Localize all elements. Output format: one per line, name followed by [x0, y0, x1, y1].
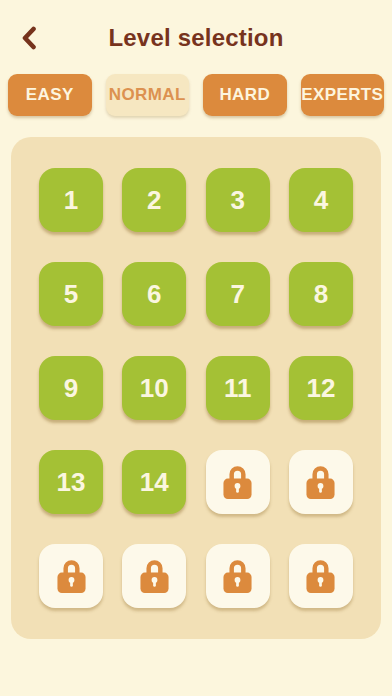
lock-icon	[222, 558, 253, 594]
level-selection-screen: Level selection EASYNORMALHARDEXPERTS 12…	[0, 22, 392, 696]
level-1[interactable]: 1	[39, 168, 103, 232]
level-8[interactable]: 8	[289, 262, 353, 326]
level-5[interactable]: 5	[39, 262, 103, 326]
lock-icon	[305, 464, 336, 500]
level-locked-16[interactable]	[289, 450, 353, 514]
level-locked-18[interactable]	[122, 544, 186, 608]
page-title: Level selection	[108, 24, 283, 52]
level-6[interactable]: 6	[122, 262, 186, 326]
level-2[interactable]: 2	[122, 168, 186, 232]
header: Level selection	[0, 22, 392, 54]
level-13[interactable]: 13	[39, 450, 103, 514]
difficulty-tabs: EASYNORMALHARDEXPERTS	[0, 74, 392, 116]
level-locked-20[interactable]	[289, 544, 353, 608]
level-14[interactable]: 14	[122, 450, 186, 514]
tab-hard[interactable]: HARD	[203, 74, 287, 116]
level-grid: 1234567891011121314	[39, 168, 353, 608]
level-panel: 1234567891011121314	[11, 137, 381, 639]
level-locked-19[interactable]	[206, 544, 270, 608]
back-button[interactable]	[12, 23, 46, 53]
level-11[interactable]: 11	[206, 356, 270, 420]
level-locked-17[interactable]	[39, 544, 103, 608]
level-7[interactable]: 7	[206, 262, 270, 326]
level-10[interactable]: 10	[122, 356, 186, 420]
level-4[interactable]: 4	[289, 168, 353, 232]
level-locked-15[interactable]	[206, 450, 270, 514]
lock-icon	[139, 558, 170, 594]
tab-normal[interactable]: NORMAL	[106, 74, 190, 116]
tab-easy[interactable]: EASY	[8, 74, 92, 116]
lock-icon	[222, 464, 253, 500]
level-12[interactable]: 12	[289, 356, 353, 420]
chevron-left-icon	[19, 26, 39, 50]
lock-icon	[305, 558, 336, 594]
lock-icon	[56, 558, 87, 594]
level-3[interactable]: 3	[206, 168, 270, 232]
tab-experts[interactable]: EXPERTS	[301, 74, 385, 116]
level-9[interactable]: 9	[39, 356, 103, 420]
